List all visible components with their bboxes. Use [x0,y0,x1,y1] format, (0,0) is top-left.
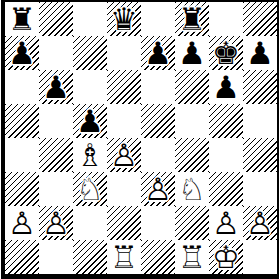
square-h1[interactable] [243,240,277,274]
square-g3[interactable] [209,172,243,206]
square-a4[interactable] [5,138,39,172]
square-f8[interactable]: ♜♜ [175,2,209,36]
square-d7[interactable] [107,36,141,70]
square-f4[interactable] [175,138,209,172]
square-c8[interactable] [73,2,107,36]
square-b5[interactable] [39,104,73,138]
piece-white-pawn-g2: ♙ [209,206,243,240]
square-g7[interactable]: ♚♚ [209,36,243,70]
piece-black-pawn-f7: ♟ [175,36,209,70]
square-c4[interactable]: ♝♗ [73,138,107,172]
square-a7[interactable]: ♟♟ [5,36,39,70]
square-e4[interactable] [141,138,175,172]
square-a2[interactable]: ♟♙ [5,206,39,240]
square-a5[interactable] [5,104,39,138]
piece-white-pawn-h2: ♙ [243,206,277,240]
chess-diagram: ♜♜♛♛♜♜♟♟♟♟♟♟♚♚♟♟♟♟♟♟♟♟♝♗♟♙♞♘♟♙♞♘♟♙♟♙♟♙♟♙… [0,0,280,279]
piece-black-king-g7: ♚ [209,36,243,70]
square-f7[interactable]: ♟♟ [175,36,209,70]
piece-black-rook-f8: ♜ [175,2,209,36]
square-c6[interactable] [73,70,107,104]
square-d6[interactable] [107,70,141,104]
white-rook-halo: ♜ [107,240,141,274]
square-f2[interactable] [175,206,209,240]
piece-white-bishop-c4: ♗ [73,138,107,172]
piece-black-queen-d8: ♛ [107,2,141,36]
piece-black-pawn-b6: ♟ [39,70,73,104]
black-pawn-halo: ♟ [73,104,107,138]
black-rook-halo: ♜ [175,2,209,36]
square-b6[interactable]: ♟♟ [39,70,73,104]
square-d3[interactable] [107,172,141,206]
white-king-halo: ♚ [209,240,243,274]
black-pawn-halo: ♟ [175,36,209,70]
square-f3[interactable]: ♞♘ [175,172,209,206]
square-f6[interactable] [175,70,209,104]
white-pawn-halo: ♟ [39,206,73,240]
square-c1[interactable] [73,240,107,274]
black-queen-halo: ♛ [107,2,141,36]
white-pawn-halo: ♟ [5,206,39,240]
piece-white-pawn-e3: ♙ [141,172,175,206]
piece-white-knight-f3: ♘ [175,172,209,206]
piece-black-rook-a8: ♜ [5,2,39,36]
square-f5[interactable] [175,104,209,138]
square-b2[interactable]: ♟♙ [39,206,73,240]
square-d5[interactable] [107,104,141,138]
square-e2[interactable] [141,206,175,240]
square-e7[interactable]: ♟♟ [141,36,175,70]
square-g8[interactable] [209,2,243,36]
square-b3[interactable] [39,172,73,206]
square-d2[interactable] [107,206,141,240]
piece-white-knight-c3: ♘ [73,172,107,206]
square-c5[interactable]: ♟♟ [73,104,107,138]
square-b4[interactable] [39,138,73,172]
white-rook-halo: ♜ [175,240,209,274]
piece-black-pawn-c5: ♟ [73,104,107,138]
piece-white-rook-d1: ♖ [107,240,141,274]
square-h2[interactable]: ♟♙ [243,206,277,240]
white-pawn-halo: ♟ [209,206,243,240]
black-pawn-halo: ♟ [243,36,277,70]
white-knight-halo: ♞ [73,172,107,206]
square-a6[interactable] [5,70,39,104]
square-h3[interactable] [243,172,277,206]
square-b8[interactable] [39,2,73,36]
piece-white-pawn-a2: ♙ [5,206,39,240]
piece-white-pawn-b2: ♙ [39,206,73,240]
square-a8[interactable]: ♜♜ [5,2,39,36]
square-h5[interactable] [243,104,277,138]
square-h6[interactable] [243,70,277,104]
square-g1[interactable]: ♚♔ [209,240,243,274]
square-d8[interactable]: ♛♛ [107,2,141,36]
piece-white-pawn-d4: ♙ [107,138,141,172]
white-pawn-halo: ♟ [107,138,141,172]
square-e8[interactable] [141,2,175,36]
piece-black-pawn-h7: ♟ [243,36,277,70]
black-pawn-halo: ♟ [5,36,39,70]
square-d4[interactable]: ♟♙ [107,138,141,172]
square-b1[interactable] [39,240,73,274]
square-e6[interactable] [141,70,175,104]
square-a1[interactable] [5,240,39,274]
square-e1[interactable] [141,240,175,274]
piece-black-pawn-a7: ♟ [5,36,39,70]
square-g5[interactable] [209,104,243,138]
square-h4[interactable] [243,138,277,172]
square-g6[interactable]: ♟♟ [209,70,243,104]
square-c3[interactable]: ♞♘ [73,172,107,206]
chess-board: ♜♜♛♛♜♜♟♟♟♟♟♟♚♚♟♟♟♟♟♟♟♟♝♗♟♙♞♘♟♙♞♘♟♙♟♙♟♙♟♙… [1,0,279,279]
black-king-halo: ♚ [209,36,243,70]
square-a3[interactable] [5,172,39,206]
black-pawn-halo: ♟ [209,70,243,104]
piece-black-pawn-g6: ♟ [209,70,243,104]
black-pawn-halo: ♟ [141,36,175,70]
square-g2[interactable]: ♟♙ [209,206,243,240]
piece-white-rook-f1: ♖ [175,240,209,274]
white-knight-halo: ♞ [175,172,209,206]
piece-black-pawn-e7: ♟ [141,36,175,70]
white-pawn-halo: ♟ [141,172,175,206]
black-pawn-halo: ♟ [39,70,73,104]
square-f1[interactable]: ♜♖ [175,240,209,274]
square-e3[interactable]: ♟♙ [141,172,175,206]
square-h8[interactable] [243,2,277,36]
black-rook-halo: ♜ [5,2,39,36]
square-c2[interactable] [73,206,107,240]
square-c7[interactable] [73,36,107,70]
square-b7[interactable] [39,36,73,70]
square-h7[interactable]: ♟♟ [243,36,277,70]
white-pawn-halo: ♟ [243,206,277,240]
white-bishop-halo: ♝ [73,138,107,172]
square-d1[interactable]: ♜♖ [107,240,141,274]
piece-white-king-g1: ♔ [209,240,243,274]
square-e5[interactable] [141,104,175,138]
square-g4[interactable] [209,138,243,172]
